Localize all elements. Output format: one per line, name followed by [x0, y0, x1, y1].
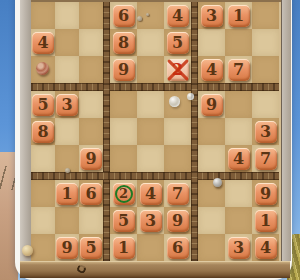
number-tile-7[interactable]: 7 — [167, 183, 189, 205]
cell-r4c5[interactable] — [137, 91, 164, 118]
cell-r4c4[interactable] — [110, 91, 137, 118]
cell-r2c3[interactable] — [79, 29, 103, 56]
cell-r2c5[interactable] — [137, 29, 164, 56]
number-tile-4[interactable]: 4 — [167, 5, 189, 27]
number-tile-2-error[interactable]: 2 — [167, 59, 189, 81]
number-tile-4[interactable]: 4 — [228, 148, 250, 170]
number-tile-1[interactable]: 1 — [56, 183, 78, 205]
number-tile-1[interactable]: 1 — [255, 210, 277, 232]
number-tile-7[interactable]: 7 — [255, 148, 277, 170]
cell-r9c6[interactable]: 6 — [164, 234, 191, 261]
cell-r1c4[interactable]: 6 — [110, 2, 137, 29]
cell-r3c7[interactable]: 4 — [198, 56, 225, 83]
board-frame-bottom — [20, 261, 290, 278]
cell-r4c3[interactable] — [79, 91, 103, 118]
sudoku-board: 64314859247539839471624795391951634 — [20, 0, 290, 278]
cell-r9c2[interactable]: 9 — [55, 234, 79, 261]
dune-grass-silhouette — [0, 166, 15, 190]
cell-r2c9[interactable] — [252, 29, 279, 56]
number-tile-4[interactable]: 4 — [255, 237, 277, 259]
cell-r1c8[interactable]: 1 — [225, 2, 252, 29]
cell-r7c6[interactable]: 7 — [164, 180, 191, 207]
number-tile-3[interactable]: 3 — [140, 210, 162, 232]
cell-r9c1[interactable] — [31, 234, 55, 261]
cell-r8c1[interactable] — [31, 207, 55, 234]
cell-r7c2[interactable]: 1 — [55, 180, 79, 207]
cell-r4c1[interactable]: 5 — [31, 91, 55, 118]
number-tile-3[interactable]: 3 — [255, 121, 277, 143]
number-tile-5[interactable]: 5 — [32, 94, 54, 116]
cell-r8c8[interactable] — [225, 207, 252, 234]
cell-r8c6[interactable]: 9 — [164, 207, 191, 234]
cell-r9c8[interactable]: 3 — [225, 234, 252, 261]
cell-r6c6[interactable] — [164, 145, 191, 172]
cell-r6c3[interactable]: 9 — [79, 145, 103, 172]
cell-r7c3[interactable]: 6 — [79, 180, 103, 207]
number-tile-4[interactable]: 4 — [140, 183, 162, 205]
cell-r6c2[interactable] — [55, 145, 79, 172]
number-tile-8[interactable]: 8 — [32, 121, 54, 143]
number-tile-4[interactable]: 4 — [201, 59, 223, 81]
number-tile-9[interactable]: 9 — [113, 59, 135, 81]
number-tile-1[interactable]: 1 — [113, 237, 135, 259]
cell-r6c1[interactable] — [31, 145, 55, 172]
board-frame-right — [281, 0, 291, 261]
cell-r3c2[interactable] — [55, 56, 79, 83]
cell-r6c7[interactable] — [198, 145, 225, 172]
box-separator-vertical — [191, 2, 198, 261]
cell-r8c5[interactable]: 3 — [137, 207, 164, 234]
cell-r5c7[interactable] — [198, 118, 225, 145]
cell-r4c8[interactable] — [225, 91, 252, 118]
cell-r3c5[interactable] — [137, 56, 164, 83]
cell-r1c5[interactable] — [137, 2, 164, 29]
number-tile-5[interactable]: 5 — [167, 32, 189, 54]
number-tile-9[interactable]: 9 — [201, 94, 223, 116]
cell-r6c8[interactable]: 4 — [225, 145, 252, 172]
cell-r2c7[interactable] — [198, 29, 225, 56]
cell-r7c7[interactable] — [198, 180, 225, 207]
cell-r9c9[interactable]: 4 — [252, 234, 279, 261]
cell-r5c5[interactable] — [137, 118, 164, 145]
number-tile-3[interactable]: 3 — [228, 237, 250, 259]
number-tile-9[interactable]: 9 — [56, 237, 78, 259]
number-tile-9[interactable]: 9 — [255, 183, 277, 205]
number-tile-6[interactable]: 6 — [80, 183, 102, 205]
number-tile-5[interactable]: 5 — [113, 210, 135, 232]
cell-r1c6[interactable]: 4 — [164, 2, 191, 29]
cell-r4c9[interactable] — [252, 91, 279, 118]
number-tile-8[interactable]: 8 — [113, 32, 135, 54]
cell-r7c8[interactable] — [225, 180, 252, 207]
cell-r4c6[interactable] — [164, 91, 191, 118]
cell-r9c5[interactable] — [137, 234, 164, 261]
number-tile-9[interactable]: 9 — [167, 210, 189, 232]
cell-r8c3[interactable] — [79, 207, 103, 234]
cell-r5c3[interactable] — [79, 118, 103, 145]
sudoku-game-screen: 64314859247539839471624795391951634 — [0, 0, 300, 280]
cell-r6c4[interactable] — [110, 145, 137, 172]
cell-r5c1[interactable]: 8 — [31, 118, 55, 145]
cell-r7c5[interactable]: 4 — [137, 180, 164, 207]
number-tile-9[interactable]: 9 — [80, 148, 102, 170]
cell-r5c8[interactable] — [225, 118, 252, 145]
number-tile-7[interactable]: 7 — [228, 59, 250, 81]
cell-r3c3[interactable] — [79, 56, 103, 83]
cell-r8c7[interactable] — [198, 207, 225, 234]
cell-r2c8[interactable] — [225, 29, 252, 56]
cell-r2c2[interactable] — [55, 29, 79, 56]
cell-r1c9[interactable] — [252, 2, 279, 29]
number-tile-6[interactable]: 6 — [113, 5, 135, 27]
cell-r5c9[interactable]: 3 — [252, 118, 279, 145]
cell-r1c7[interactable]: 3 — [198, 2, 225, 29]
cell-r9c3[interactable]: 5 — [79, 234, 103, 261]
cell-r1c2[interactable] — [55, 2, 79, 29]
cell-r2c4[interactable]: 8 — [110, 29, 137, 56]
number-tile-6[interactable]: 6 — [167, 237, 189, 259]
cell-r4c2[interactable]: 3 — [55, 91, 79, 118]
cell-r3c6[interactable]: 2 — [164, 56, 191, 83]
box-separator-horizontal — [31, 83, 279, 91]
cell-r4c7[interactable]: 9 — [198, 91, 225, 118]
cell-r3c1[interactable] — [31, 56, 55, 83]
cell-r9c7[interactable] — [198, 234, 225, 261]
cell-r8c4[interactable]: 5 — [110, 207, 137, 234]
frame-notch — [76, 264, 87, 275]
cell-r8c2[interactable] — [55, 207, 79, 234]
green-circle-highlight: 2 — [115, 185, 133, 203]
cell-r7c1[interactable] — [31, 180, 55, 207]
number-tile-4[interactable]: 4 — [32, 32, 54, 54]
cell-r6c5[interactable] — [137, 145, 164, 172]
cell-r8c9[interactable]: 1 — [252, 207, 279, 234]
box-separator-horizontal — [31, 172, 279, 180]
number-tile-5[interactable]: 5 — [80, 237, 102, 259]
number-tile-2[interactable]: 2 — [113, 183, 135, 205]
cell-r7c9[interactable]: 9 — [252, 180, 279, 207]
cell-r3c9[interactable] — [252, 56, 279, 83]
cell-r1c3[interactable] — [79, 2, 103, 29]
cell-r7c4[interactable]: 2 — [110, 180, 137, 207]
cell-r9c4[interactable]: 1 — [110, 234, 137, 261]
cell-r5c2[interactable] — [55, 118, 79, 145]
cell-r3c4[interactable]: 9 — [110, 56, 137, 83]
number-tile-3[interactable]: 3 — [201, 5, 223, 27]
sudoku-grid: 64314859247539839471624795391951634 — [31, 0, 279, 261]
cell-r1c1[interactable] — [31, 2, 55, 29]
cell-r3c8[interactable]: 7 — [225, 56, 252, 83]
box-separator-vertical — [103, 2, 110, 261]
board-sand-area: 64314859247539839471624795391951634 — [31, 0, 281, 261]
number-tile-3[interactable]: 3 — [56, 94, 78, 116]
cell-r5c6[interactable] — [164, 118, 191, 145]
cell-r2c6[interactable]: 5 — [164, 29, 191, 56]
cell-r2c1[interactable]: 4 — [31, 29, 55, 56]
number-tile-1[interactable]: 1 — [228, 5, 250, 27]
cell-r5c4[interactable] — [110, 118, 137, 145]
cell-r6c9[interactable]: 7 — [252, 145, 279, 172]
